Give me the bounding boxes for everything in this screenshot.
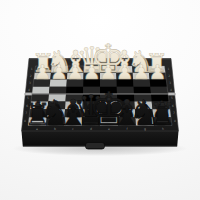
rank-label-right-2: 2 — [168, 74, 170, 78]
piece-white-pawn-h2: ♟ — [149, 60, 167, 84]
piece-white-pawn-g2: ♟ — [132, 60, 150, 84]
rank-label-right-3: 3 — [169, 81, 171, 85]
case-clasp — [86, 143, 105, 150]
chess-set-product-photo: aabbccddeeffgghh1122334455667788♜♞♝♛♚♝♞♜… — [0, 0, 200, 200]
piece-white-pawn-b2: ♟ — [50, 60, 68, 84]
chess-board: aabbccddeeffgghh1122334455667788♜♞♝♛♚♝♞♜… — [0, 0, 200, 200]
piece-white-pawn-a2: ♟ — [33, 60, 51, 84]
rank-label-right-4: 4 — [170, 88, 172, 92]
piece-white-pawn-e2: ♟ — [99, 60, 117, 84]
piece-white-pawn-c2: ♟ — [66, 60, 84, 84]
piece-white-pawn-d2: ♟ — [83, 60, 101, 84]
piece-white-pawn-f2: ♟ — [116, 60, 134, 84]
rank-label-left-4: 4 — [28, 88, 30, 92]
piece-black-rook-h8: ♜ — [149, 97, 176, 132]
rank-label-left-3: 3 — [29, 81, 31, 85]
